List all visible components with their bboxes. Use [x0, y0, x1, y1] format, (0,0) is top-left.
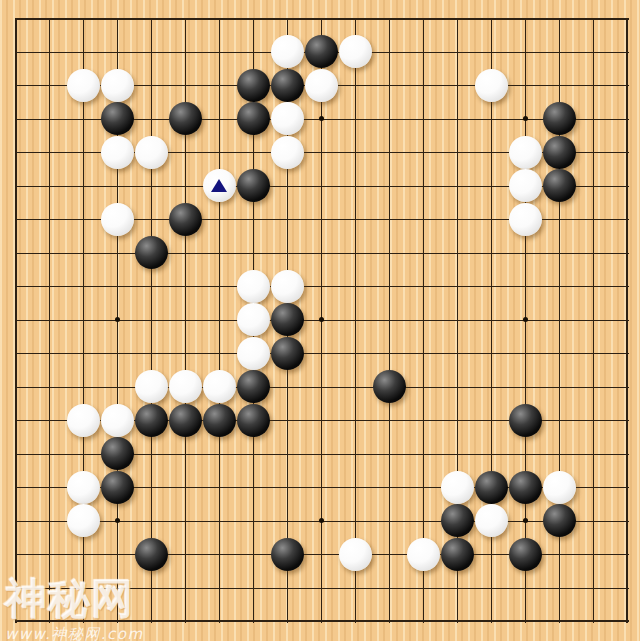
white-stone: [271, 102, 304, 135]
white-stone: [101, 203, 134, 236]
black-stone: [169, 203, 202, 236]
grid-line-horizontal: [15, 588, 629, 589]
star-point: [523, 518, 528, 523]
black-stone: [543, 102, 576, 135]
star-point: [523, 317, 528, 322]
black-stone: [135, 236, 168, 269]
black-stone: [543, 169, 576, 202]
star-point: [319, 317, 324, 322]
star-point: [523, 116, 528, 121]
watermark: 神秘网 www.神秘网.com: [5, 574, 144, 641]
grid-line-vertical: [219, 18, 220, 623]
star-point: [319, 518, 324, 523]
white-stone: [271, 270, 304, 303]
grid-line-vertical: [15, 18, 17, 623]
grid-line-vertical: [151, 18, 152, 623]
grid-line-vertical: [423, 18, 424, 623]
black-stone: [441, 538, 474, 571]
white-stone: [339, 538, 372, 571]
black-stone: [373, 370, 406, 403]
black-stone: [509, 404, 542, 437]
white-stone: [237, 337, 270, 370]
grid-line-horizontal: [15, 253, 629, 254]
white-stone: [237, 270, 270, 303]
triangle-marker-icon: [211, 179, 227, 192]
black-stone: [237, 102, 270, 135]
white-stone: [67, 471, 100, 504]
white-stone: [475, 504, 508, 537]
grid-line-horizontal: [15, 286, 629, 287]
white-stone: [67, 69, 100, 102]
white-stone: [67, 504, 100, 537]
go-board-diagram: 神秘网 www.神秘网.com: [0, 0, 640, 641]
white-stone: [135, 136, 168, 169]
white-stone: [271, 35, 304, 68]
white-stone: [305, 69, 338, 102]
black-stone: [543, 504, 576, 537]
star-point: [115, 317, 120, 322]
black-stone: [509, 538, 542, 571]
black-stone: [441, 504, 474, 537]
black-stone: [271, 303, 304, 336]
black-stone: [169, 102, 202, 135]
white-stone: [475, 69, 508, 102]
white-stone: [67, 404, 100, 437]
black-stone: [509, 471, 542, 504]
grid-line-vertical: [49, 18, 50, 623]
black-stone: [203, 404, 236, 437]
white-stone: [509, 169, 542, 202]
white-stone: [237, 303, 270, 336]
black-stone: [237, 404, 270, 437]
black-stone: [237, 69, 270, 102]
white-stone: [543, 471, 576, 504]
black-stone: [135, 538, 168, 571]
black-stone: [475, 471, 508, 504]
black-stone: [169, 404, 202, 437]
white-stone: [339, 35, 372, 68]
grid-line-vertical: [626, 18, 628, 623]
white-stone: [101, 136, 134, 169]
black-stone: [101, 437, 134, 470]
black-stone: [101, 471, 134, 504]
star-point: [115, 518, 120, 523]
black-stone: [543, 136, 576, 169]
white-stone: [407, 538, 440, 571]
grid-line-horizontal: [15, 353, 629, 354]
white-stone: [509, 203, 542, 236]
white-stone: [441, 471, 474, 504]
black-stone: [101, 102, 134, 135]
white-stone: [101, 69, 134, 102]
black-stone: [271, 69, 304, 102]
grid-line-vertical: [593, 18, 594, 623]
black-stone: [135, 404, 168, 437]
white-stone: [169, 370, 202, 403]
star-point: [319, 116, 324, 121]
grid-line-horizontal: [15, 387, 629, 388]
white-stone: [509, 136, 542, 169]
black-stone: [271, 538, 304, 571]
grid-line-horizontal: [15, 18, 629, 20]
grid-line-horizontal: [15, 620, 629, 622]
black-stone: [237, 370, 270, 403]
watermark-url: www.神秘网.com: [5, 625, 144, 641]
grid-line-vertical: [389, 18, 390, 623]
black-stone: [271, 337, 304, 370]
white-stone: [101, 404, 134, 437]
black-stone: [305, 35, 338, 68]
white-stone: [135, 370, 168, 403]
white-stone: [203, 370, 236, 403]
watermark-title: 神秘网: [5, 574, 144, 624]
white-stone: [271, 136, 304, 169]
black-stone: [237, 169, 270, 202]
grid-line-vertical: [355, 18, 356, 623]
